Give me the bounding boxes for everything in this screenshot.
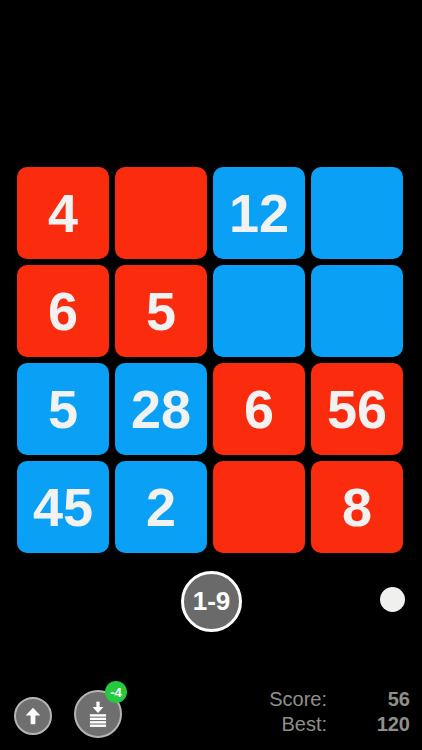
upload-button[interactable] <box>14 697 52 735</box>
tile-r3c1[interactable]: 5 <box>17 363 109 455</box>
tile-r2c4[interactable] <box>311 265 403 357</box>
tile-r3c4[interactable]: 56 <box>311 363 403 455</box>
tile-r2c1[interactable]: 6 <box>17 265 109 357</box>
up-arrow-icon <box>22 705 44 727</box>
tile-r3c3[interactable]: 6 <box>213 363 305 455</box>
tile-r3c2[interactable]: 28 <box>115 363 207 455</box>
tile-r2c3[interactable] <box>213 265 305 357</box>
score-panel: Score: 56 Best: 120 <box>269 687 410 737</box>
tile-r1c3[interactable]: 12 <box>213 167 305 259</box>
tile-r1c2[interactable] <box>115 167 207 259</box>
best-value: 120 <box>327 712 410 737</box>
tile-r4c4[interactable]: 8 <box>311 461 403 553</box>
tile-r4c2[interactable]: 2 <box>115 461 207 553</box>
best-label: Best: <box>269 712 327 737</box>
range-hint-button[interactable]: 1-9 <box>181 571 242 632</box>
score-label: Score: <box>269 687 327 712</box>
tile-r4c1[interactable]: 45 <box>17 461 109 553</box>
board-grid: 412655286564528 <box>17 167 403 553</box>
tile-r1c1[interactable]: 4 <box>17 167 109 259</box>
tile-r2c2[interactable]: 5 <box>115 265 207 357</box>
tile-r1c4[interactable] <box>311 167 403 259</box>
score-value: 56 <box>327 687 410 712</box>
tile-r4c3[interactable] <box>213 461 305 553</box>
badge-count: -4 <box>105 681 127 703</box>
white-dot-indicator[interactable] <box>380 587 405 612</box>
download-stack-icon <box>85 700 111 728</box>
